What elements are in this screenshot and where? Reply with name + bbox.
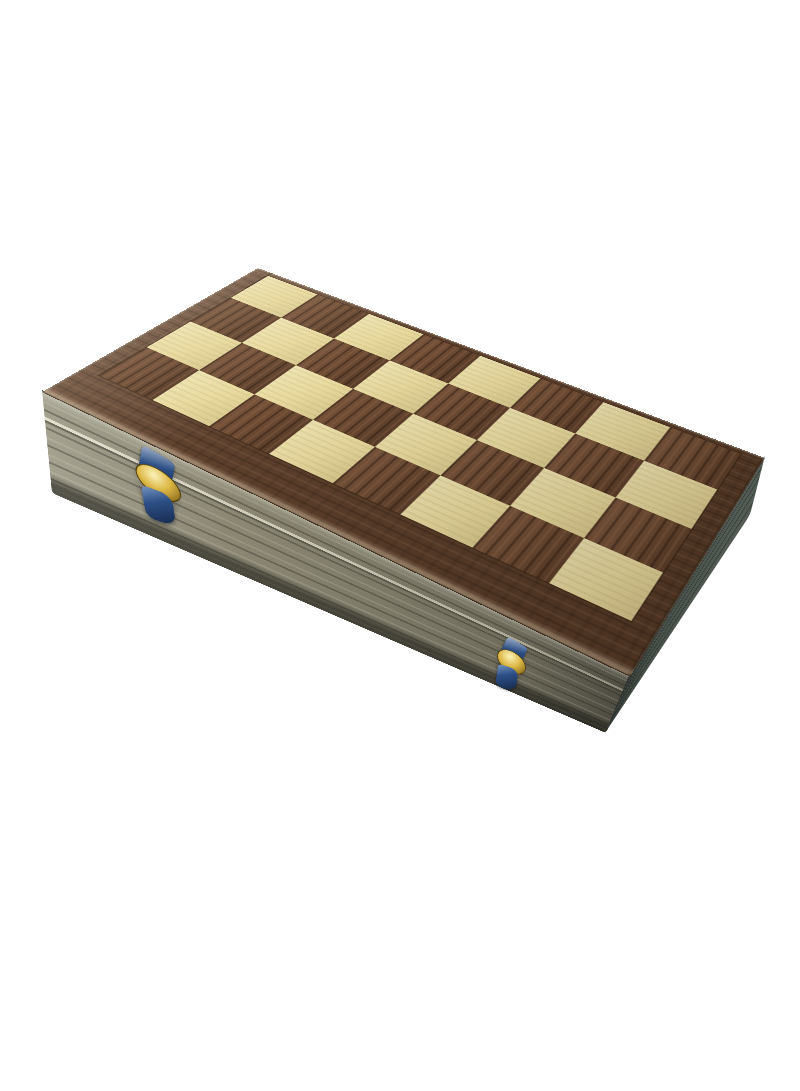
product-photo	[0, 0, 800, 1091]
latch-right	[483, 632, 537, 697]
